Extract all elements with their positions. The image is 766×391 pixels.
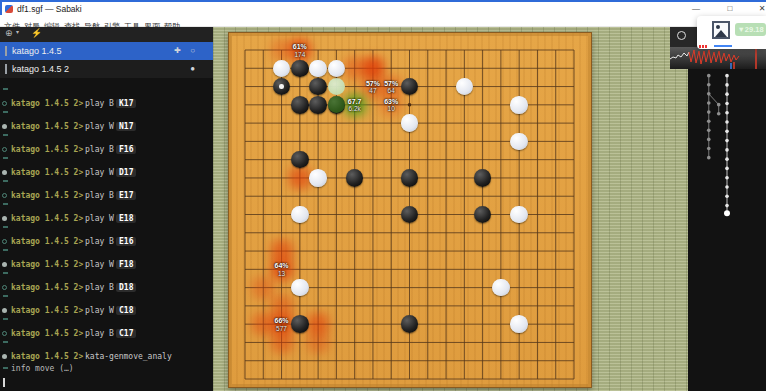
main-area: ⊕ ▾ ⚡ katago 1.4.5✚○katago 1.4.5 2● kata… bbox=[0, 27, 766, 391]
engine-color-bar bbox=[5, 46, 7, 56]
last-move-marker bbox=[279, 84, 284, 89]
white-stone-Q16[interactable] bbox=[510, 96, 528, 114]
score-badge: ▼29.18 bbox=[735, 23, 766, 36]
winrate-graph[interactable] bbox=[670, 47, 766, 69]
move-bullet-icon bbox=[2, 239, 7, 244]
analysis-label-D19: 61%174 bbox=[293, 43, 307, 58]
app-icon bbox=[5, 5, 13, 13]
analysis-label-H17: 57%47 bbox=[366, 79, 380, 94]
console-line: katago 1.4.5 2>play BC17 bbox=[0, 329, 213, 341]
move-bullet-icon bbox=[2, 285, 7, 290]
move-bullet-icon bbox=[2, 170, 7, 175]
black-stone-D13[interactable] bbox=[291, 151, 309, 169]
menu-bar: 文件对局编辑查找导航引擎工具界面帮助 bbox=[0, 15, 766, 27]
white-stone-F18[interactable] bbox=[328, 60, 346, 78]
move-bullet-icon bbox=[2, 216, 7, 221]
analysis-heat bbox=[289, 167, 311, 189]
analysis-heat bbox=[271, 331, 293, 353]
analysis-heat bbox=[307, 331, 329, 353]
move-bullet-icon bbox=[2, 193, 7, 198]
analysis-heat bbox=[252, 277, 274, 299]
power-icon[interactable]: ⚡ bbox=[31, 28, 42, 38]
black-stone-K4[interactable] bbox=[401, 315, 419, 333]
move-bullet-icon bbox=[2, 331, 7, 336]
console-line: katago 1.4.5 2>play BD18 bbox=[0, 283, 213, 295]
white-stone-P6[interactable] bbox=[492, 279, 510, 297]
maximize-button[interactable]: □ bbox=[718, 3, 742, 14]
move-bullet-icon bbox=[2, 101, 7, 106]
black-stone-G12[interactable] bbox=[346, 169, 364, 187]
black-stone-E17[interactable] bbox=[309, 78, 327, 96]
analysis-label-J17: 57%64 bbox=[384, 79, 398, 94]
white-stone-E12[interactable] bbox=[309, 169, 327, 187]
dropdown-caret-icon[interactable]: ▾ bbox=[16, 28, 19, 35]
analysis-label-C4: 66%577 bbox=[275, 317, 289, 332]
white-stone-D10[interactable] bbox=[291, 206, 309, 224]
white-stone-K15[interactable] bbox=[401, 114, 419, 132]
sabaki-window: df1.sgf — Sabaki — □ ✕ 文件对局编辑查找导航引擎工具界面帮… bbox=[0, 0, 766, 391]
console-line: katago 1.4.5 2>play BE16 bbox=[0, 237, 213, 249]
circle-icon[interactable] bbox=[677, 31, 686, 40]
black-stone-K12[interactable] bbox=[401, 169, 419, 187]
engine-toolbar: ⊕ ▾ ⚡ bbox=[0, 27, 213, 42]
minimize-button[interactable]: — bbox=[684, 3, 708, 14]
console-line: katago 1.4.5 2>play WE18 bbox=[0, 214, 213, 226]
game-tree[interactable] bbox=[688, 69, 766, 391]
white-stone-Q10[interactable] bbox=[510, 206, 528, 224]
console-line: katago 1.4.5 2>play WC18 bbox=[0, 306, 213, 318]
image-icon[interactable] bbox=[712, 21, 730, 39]
black-stone-D16[interactable] bbox=[291, 96, 309, 114]
white-stone-D6[interactable] bbox=[291, 279, 309, 297]
move-bullet-icon bbox=[2, 147, 7, 152]
analysis-label-C7: 64%13 bbox=[275, 262, 289, 277]
engine-name: katago 1.4.5 bbox=[12, 46, 62, 56]
console-line: katago 1.4.5 2>play WN17 bbox=[0, 122, 213, 134]
window-title: df1.sgf — Sabaki bbox=[17, 4, 82, 14]
screenshot-popup: ▼29.18 bbox=[697, 16, 766, 49]
engine-status-icon[interactable]: ✚ bbox=[174, 46, 181, 55]
console-caret[interactable] bbox=[3, 378, 5, 387]
selection-underline bbox=[714, 45, 732, 47]
move-bullet-icon bbox=[2, 262, 7, 267]
console-line: katago 1.4.5 2>play BK17 bbox=[0, 99, 213, 111]
analysis-label-G16: 67.76.2k bbox=[348, 97, 362, 112]
move-bullet-icon bbox=[2, 354, 7, 359]
engine-status-icon[interactable]: ● bbox=[190, 64, 195, 73]
engine-row-0[interactable]: katago 1.4.5✚○ bbox=[0, 42, 213, 60]
close-button[interactable]: ✕ bbox=[750, 3, 766, 14]
black-stone-E16[interactable] bbox=[309, 96, 327, 114]
move-bullet-icon bbox=[2, 308, 7, 313]
go-board[interactable]: 61%17457%4757%6463%1067.76.2k64%1366%577 bbox=[228, 32, 592, 388]
white-stone-Q4[interactable] bbox=[510, 315, 528, 333]
engine-row-1[interactable]: katago 1.4.5 2● bbox=[0, 60, 213, 78]
engine-name: katago 1.4.5 2 bbox=[12, 64, 69, 74]
analysis-label-J16: 63%10 bbox=[384, 97, 398, 112]
engine-color-bar bbox=[5, 64, 7, 74]
best-move-ghost bbox=[328, 78, 345, 95]
console-line: katago 1.4.5 2>play WD17 bbox=[0, 168, 213, 180]
black-stone-D18[interactable] bbox=[291, 60, 309, 78]
console-line: katago 1.4.5 2>play BE17 bbox=[0, 191, 213, 203]
white-stone-E18[interactable] bbox=[309, 60, 327, 78]
black-stone-D4[interactable] bbox=[291, 315, 309, 333]
console-line: katago 1.4.5 2>kata-genmove_analy bbox=[0, 352, 213, 364]
black-stone-O12[interactable] bbox=[474, 169, 492, 187]
add-engine-icon[interactable]: ⊕ bbox=[5, 28, 13, 38]
graph-peek bbox=[699, 45, 707, 48]
title-bar: df1.sgf — Sabaki — □ ✕ bbox=[0, 2, 766, 15]
engine-sidebar: ⊕ ▾ ⚡ katago 1.4.5✚○katago 1.4.5 2● kata… bbox=[0, 27, 213, 391]
console-info-line: info move (…) bbox=[0, 364, 213, 376]
console-line: katago 1.4.5 2>play WF18 bbox=[0, 260, 213, 272]
move-bullet-icon bbox=[2, 124, 7, 129]
engine-status-icon[interactable]: ○ bbox=[190, 46, 195, 55]
console-line: katago 1.4.5 2>play BF16 bbox=[0, 145, 213, 157]
white-stone-Q14[interactable] bbox=[510, 133, 528, 151]
